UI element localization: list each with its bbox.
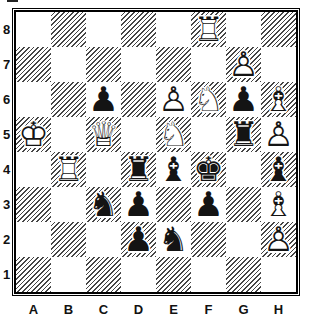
- square-g8[interactable]: [226, 12, 261, 47]
- piece-white-rook: ♜♖: [191, 12, 226, 47]
- piece-glyph: ♟: [121, 187, 156, 222]
- square-h7[interactable]: [261, 47, 296, 82]
- piece-white-pawn: ♟♙: [261, 117, 296, 152]
- rank-label-3: 3: [0, 187, 13, 222]
- square-f5[interactable]: [191, 117, 226, 152]
- square-e1[interactable]: [156, 257, 191, 292]
- piece-glyph: ♞: [86, 187, 121, 222]
- piece-glyph: ♖: [191, 12, 226, 47]
- piece-fill: ♝: [156, 152, 191, 187]
- piece-white-pawn: ♟♙: [226, 47, 261, 82]
- square-a3[interactable]: [16, 187, 51, 222]
- piece-black-pawn: ♟♟: [226, 82, 261, 117]
- piece-white-pawn: ♟♙: [156, 82, 191, 117]
- file-labels: ABCDEFGH: [16, 301, 296, 318]
- square-d5[interactable]: [121, 117, 156, 152]
- piece-fill: ♝: [261, 187, 296, 222]
- file-label-d: D: [121, 301, 156, 318]
- square-f4[interactable]: ♚♚: [191, 152, 226, 187]
- square-a6[interactable]: [16, 82, 51, 117]
- piece-fill: ♚: [16, 117, 51, 152]
- piece-fill: ♟: [156, 82, 191, 117]
- rank-label-6: 6: [0, 82, 13, 117]
- piece-glyph: ♙: [156, 82, 191, 117]
- piece-fill: ♟: [86, 82, 121, 117]
- piece-fill: ♜: [121, 152, 156, 187]
- square-h8[interactable]: [261, 12, 296, 47]
- piece-fill: ♟: [191, 187, 226, 222]
- square-h6[interactable]: ♝♗: [261, 82, 296, 117]
- square-f2[interactable]: [191, 222, 226, 257]
- piece-black-pawn: ♟♟: [191, 187, 226, 222]
- square-a1[interactable]: [16, 257, 51, 292]
- rank-label-1: 1: [0, 257, 13, 292]
- piece-black-bishop: ♝♝: [261, 152, 296, 187]
- square-b7[interactable]: [51, 47, 86, 82]
- piece-glyph: ♘: [156, 117, 191, 152]
- piece-glyph: ♟: [86, 82, 121, 117]
- square-e6[interactable]: ♟♙: [156, 82, 191, 117]
- piece-fill: ♟: [261, 222, 296, 257]
- square-a2[interactable]: [16, 222, 51, 257]
- square-f7[interactable]: [191, 47, 226, 82]
- piece-fill: ♞: [156, 222, 191, 257]
- square-g2[interactable]: [226, 222, 261, 257]
- piece-black-pawn: ♟♟: [121, 187, 156, 222]
- square-c5[interactable]: ♛♕: [86, 117, 121, 152]
- square-h1[interactable]: [261, 257, 296, 292]
- rank-label-2: 2: [0, 222, 13, 257]
- piece-glyph: ♝: [261, 152, 296, 187]
- piece-fill: ♞: [86, 187, 121, 222]
- piece-glyph: ♕: [86, 117, 121, 152]
- square-h2[interactable]: ♟♙: [261, 222, 296, 257]
- square-e7[interactable]: [156, 47, 191, 82]
- piece-glyph: ♔: [16, 117, 51, 152]
- piece-black-rook: ♜♜: [121, 152, 156, 187]
- square-c4[interactable]: [86, 152, 121, 187]
- rank-labels: 87654321: [0, 12, 13, 292]
- file-label-b: B: [51, 301, 86, 318]
- square-g4[interactable]: [226, 152, 261, 187]
- piece-glyph: ♗: [261, 187, 296, 222]
- piece-glyph: ♞: [156, 222, 191, 257]
- square-g3[interactable]: [226, 187, 261, 222]
- piece-white-king: ♚♔: [16, 117, 51, 152]
- square-c1[interactable]: [86, 257, 121, 292]
- square-d8[interactable]: [121, 12, 156, 47]
- square-d7[interactable]: [121, 47, 156, 82]
- piece-black-king: ♚♚: [191, 152, 226, 187]
- piece-white-rook: ♜♖: [51, 152, 86, 187]
- square-a5[interactable]: ♚♔: [16, 117, 51, 152]
- piece-fill: ♜: [191, 12, 226, 47]
- square-e5[interactable]: ♞♘: [156, 117, 191, 152]
- piece-fill: ♟: [261, 117, 296, 152]
- square-g1[interactable]: [226, 257, 261, 292]
- piece-white-bishop: ♝♗: [261, 187, 296, 222]
- square-h5[interactable]: ♟♙: [261, 117, 296, 152]
- rank-label-8: 8: [0, 12, 13, 47]
- square-b2[interactable]: [51, 222, 86, 257]
- square-f3[interactable]: ♟♟: [191, 187, 226, 222]
- square-c6[interactable]: ♟♟: [86, 82, 121, 117]
- rank-label-5: 5: [0, 117, 13, 152]
- rank-label-4: 4: [0, 152, 13, 187]
- piece-glyph: ♙: [261, 222, 296, 257]
- piece-glyph: ♙: [261, 117, 296, 152]
- piece-white-knight: ♞♘: [156, 117, 191, 152]
- square-c2[interactable]: [86, 222, 121, 257]
- square-d2[interactable]: ♟♟: [121, 222, 156, 257]
- square-d4[interactable]: ♜♜: [121, 152, 156, 187]
- piece-fill: ♛: [86, 117, 121, 152]
- file-label-g: G: [226, 301, 261, 318]
- square-d6[interactable]: [121, 82, 156, 117]
- piece-glyph: ♘: [191, 82, 226, 117]
- piece-white-bishop: ♝♗: [261, 82, 296, 117]
- piece-fill: ♟: [121, 187, 156, 222]
- square-f6[interactable]: ♞♘: [191, 82, 226, 117]
- piece-glyph: ♚: [191, 152, 226, 187]
- square-h3[interactable]: ♝♗: [261, 187, 296, 222]
- piece-glyph: ♙: [226, 47, 261, 82]
- piece-glyph: ♖: [51, 152, 86, 187]
- piece-glyph: ♝: [156, 152, 191, 187]
- piece-fill: ♞: [156, 117, 191, 152]
- file-label-f: F: [191, 301, 226, 318]
- square-g7[interactable]: ♟♙: [226, 47, 261, 82]
- file-label-a: A: [16, 301, 51, 318]
- square-g6[interactable]: ♟♟: [226, 82, 261, 117]
- piece-fill: ♟: [226, 82, 261, 117]
- piece-white-knight: ♞♘: [191, 82, 226, 117]
- square-d3[interactable]: ♟♟: [121, 187, 156, 222]
- square-e4[interactable]: ♝♝: [156, 152, 191, 187]
- piece-black-bishop: ♝♝: [156, 152, 191, 187]
- board-frame: ♜♖♟♙♟♟♟♙♞♘♟♟♝♗♚♔♛♕♞♘♜♜♟♙♜♖♜♜♝♝♚♚♝♝♞♞♟♟♟♟…: [14, 10, 298, 294]
- square-b4[interactable]: ♜♖: [51, 152, 86, 187]
- piece-black-pawn: ♟♟: [86, 82, 121, 117]
- piece-glyph: ♜: [226, 117, 261, 152]
- piece-fill: ♟: [226, 47, 261, 82]
- square-d1[interactable]: [121, 257, 156, 292]
- piece-fill: ♝: [261, 152, 296, 187]
- piece-glyph: ♟: [121, 222, 156, 257]
- piece-fill: ♚: [191, 152, 226, 187]
- piece-glyph: ♟: [226, 82, 261, 117]
- piece-white-pawn: ♟♙: [261, 222, 296, 257]
- square-e2[interactable]: ♞♞: [156, 222, 191, 257]
- piece-fill: ♟: [121, 222, 156, 257]
- piece-black-pawn: ♟♟: [121, 222, 156, 257]
- square-c3[interactable]: ♞♞: [86, 187, 121, 222]
- piece-black-knight: ♞♞: [156, 222, 191, 257]
- square-a7[interactable]: [16, 47, 51, 82]
- square-b5[interactable]: [51, 117, 86, 152]
- piece-fill: ♜: [51, 152, 86, 187]
- square-e3[interactable]: [156, 187, 191, 222]
- piece-glyph: ♟: [191, 187, 226, 222]
- square-b1[interactable]: [51, 257, 86, 292]
- piece-black-knight: ♞♞: [86, 187, 121, 222]
- square-h4[interactable]: ♝♝: [261, 152, 296, 187]
- file-label-h: H: [261, 301, 296, 318]
- chess-board: ♜♖♟♙♟♟♟♙♞♘♟♟♝♗♚♔♛♕♞♘♜♜♟♙♜♖♜♜♝♝♚♚♝♝♞♞♟♟♟♟…: [16, 12, 296, 292]
- square-a4[interactable]: [16, 152, 51, 187]
- square-e8[interactable]: [156, 12, 191, 47]
- crop-artifact-dash: [7, 0, 18, 2]
- piece-white-queen: ♛♕: [86, 117, 121, 152]
- square-f8[interactable]: ♜♖: [191, 12, 226, 47]
- square-g5[interactable]: ♜♜: [226, 117, 261, 152]
- piece-fill: ♝: [261, 82, 296, 117]
- rank-label-7: 7: [0, 47, 13, 82]
- piece-glyph: ♗: [261, 82, 296, 117]
- square-c7[interactable]: [86, 47, 121, 82]
- piece-glyph: ♜: [121, 152, 156, 187]
- square-c8[interactable]: [86, 12, 121, 47]
- piece-fill: ♞: [191, 82, 226, 117]
- square-b3[interactable]: [51, 187, 86, 222]
- piece-black-rook: ♜♜: [226, 117, 261, 152]
- file-label-e: E: [156, 301, 191, 318]
- square-b8[interactable]: [51, 12, 86, 47]
- piece-fill: ♜: [226, 117, 261, 152]
- square-b6[interactable]: [51, 82, 86, 117]
- file-label-c: C: [86, 301, 121, 318]
- square-a8[interactable]: [16, 12, 51, 47]
- square-f1[interactable]: [191, 257, 226, 292]
